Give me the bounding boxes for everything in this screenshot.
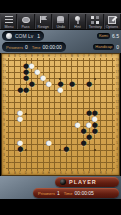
- board-cell[interactable]: ●: [46, 82, 52, 88]
- coordinate-label: 10: [116, 112, 119, 116]
- territory-button[interactable]: Territory: [86, 14, 103, 29]
- black-stone: ●: [17, 147, 23, 154]
- coordinate-label: 12: [116, 101, 119, 105]
- player-stats-pill: Prisoners 1 Time 00:00:05: [33, 188, 119, 198]
- coordinate-label: 18: [116, 65, 119, 69]
- options-pencil-icon: [108, 16, 116, 24]
- player-prisoners-value: 1: [57, 190, 60, 196]
- white-stone-icon: [6, 33, 12, 39]
- black-stone: ●: [86, 81, 92, 88]
- coordinate-label: 16: [116, 77, 119, 81]
- app-screen: Menu Pass Resign Undo Hint Territory Opt…: [0, 0, 121, 215]
- opponent-level: 1: [37, 33, 40, 39]
- opponent-time-value: 00:00:00: [42, 44, 61, 50]
- opponent-name-pill: COM Lv 1: [2, 31, 44, 41]
- resign-button[interactable]: Resign: [35, 14, 52, 29]
- black-stone-icon: [60, 179, 66, 185]
- board-cell[interactable]: ●: [29, 82, 35, 88]
- toolbar: Menu Pass Resign Undo Hint Territory Opt…: [0, 13, 121, 30]
- opponent-prisoners-value: 0: [25, 44, 28, 50]
- coordinate-label: A: [7, 172, 11, 175]
- coordinate-label: Q: [93, 55, 97, 58]
- white-stone: ●: [57, 87, 63, 94]
- coordinate-label: 3: [116, 154, 119, 158]
- player-name: PLAYER: [69, 179, 97, 185]
- coordinate-label: 7: [3, 130, 6, 134]
- coordinate-label: 6: [3, 136, 6, 140]
- coordinate-label: K: [58, 55, 62, 58]
- territory-grid-icon: [91, 16, 99, 24]
- coordinate-label: S: [104, 172, 108, 175]
- coordinate-label: O: [81, 55, 85, 58]
- board-grid: ●●●●●●●●●●●●●●●●●●●●●●●●●●●●●●: [6, 58, 115, 171]
- coordinate-label: 3: [3, 154, 6, 158]
- coordinate-label: N: [76, 172, 80, 175]
- white-stone: ●: [46, 141, 52, 148]
- player-name-pill: PLAYER: [55, 177, 119, 187]
- coordinate-label: O: [81, 172, 85, 175]
- white-stone: ●: [46, 81, 52, 88]
- board-coordinates-right: 19181716151413121110987654321: [115, 58, 119, 171]
- menu-icon: [5, 16, 13, 24]
- coordinate-label: 5: [3, 142, 6, 146]
- coordinate-label: P: [87, 55, 91, 58]
- board-cell[interactable]: ●: [46, 141, 52, 147]
- player-time-label: Time: [64, 191, 73, 196]
- board-cell[interactable]: ●: [17, 117, 23, 123]
- coordinate-label: J: [53, 172, 57, 175]
- opponent-stats-pill: Prisoners 0 Time 00:00:00: [2, 42, 66, 52]
- black-stone: ●: [63, 147, 69, 154]
- black-stone: ●: [23, 87, 29, 94]
- coordinate-label: P: [87, 172, 91, 175]
- coordinate-label: 1: [116, 166, 119, 170]
- coordinate-label: 12: [3, 101, 6, 105]
- board-cell[interactable]: ●: [81, 141, 87, 147]
- coordinate-label: 15: [116, 83, 119, 87]
- player-info-bar: PLAYER Prisoners 1 Time 00:00:05: [0, 176, 121, 199]
- coordinate-label: 5: [116, 142, 119, 146]
- options-button-label: Options: [106, 24, 118, 29]
- coordinate-label: N: [76, 55, 80, 58]
- coordinate-label: A: [7, 55, 11, 58]
- coordinate-label: R: [99, 172, 103, 175]
- coordinate-label: 11: [116, 107, 119, 111]
- handicap-value: 0: [116, 44, 119, 50]
- opponent-name: COM Lv: [15, 33, 33, 39]
- coordinate-label: 9: [3, 118, 6, 122]
- coordinate-label: 14: [116, 89, 119, 93]
- coordinate-label: E: [30, 172, 34, 175]
- coordinate-label: B: [13, 55, 17, 58]
- coordinate-label: 8: [3, 124, 6, 128]
- coordinate-label: Q: [93, 172, 97, 175]
- coordinate-label: C: [18, 55, 22, 58]
- territory-button-label: Territory: [89, 24, 102, 29]
- coordinate-label: 19: [3, 59, 6, 63]
- player-time-value: 00:00:05: [74, 190, 93, 196]
- coordinate-label: C: [18, 172, 22, 175]
- coordinate-label: 7: [116, 130, 119, 134]
- opponent-info-bar: COM Lv 1 Komi 6.5 Prisoners 0 Time 00:00…: [0, 30, 121, 53]
- status-bar-gap: [0, 0, 121, 13]
- coordinate-label: F: [36, 172, 40, 175]
- coordinate-label: E: [30, 55, 34, 58]
- board-cell[interactable]: ●: [86, 135, 92, 141]
- black-stone: ●: [29, 81, 35, 88]
- options-button[interactable]: Options: [104, 14, 121, 29]
- coordinate-label: 11: [3, 107, 6, 111]
- coordinate-label: 15: [3, 83, 6, 87]
- board-cell[interactable]: ●: [69, 82, 75, 88]
- coordinate-label: 6: [116, 136, 119, 140]
- lightbulb-icon: [74, 16, 81, 24]
- board-cell[interactable]: ●: [92, 129, 98, 135]
- bottom-black-strip: [0, 199, 121, 215]
- black-stone: ●: [80, 141, 86, 148]
- board-cell[interactable]: ●: [86, 82, 92, 88]
- coordinate-label: D: [24, 172, 28, 175]
- coordinate-label: 13: [116, 95, 119, 99]
- pass-button-label: Pass: [22, 24, 30, 29]
- coordinate-label: 4: [116, 148, 119, 152]
- undo-button[interactable]: Undo: [52, 14, 69, 29]
- black-stone: ●: [86, 135, 92, 142]
- coordinate-label: H: [47, 55, 51, 58]
- komi-badge: Komi: [97, 33, 110, 39]
- coordinate-label: T: [110, 172, 114, 175]
- coordinate-label: 1: [3, 166, 6, 170]
- coordinate-label: 13: [3, 95, 6, 99]
- coordinate-label: 4: [3, 148, 6, 152]
- speech-bubble-icon: [22, 16, 30, 24]
- menu-button-label: Menu: [4, 24, 13, 29]
- coordinate-label: R: [99, 55, 103, 58]
- coordinate-label: F: [36, 55, 40, 58]
- handicap-badge: Handicap: [93, 44, 114, 50]
- hint-button-label: Hint: [75, 24, 81, 29]
- opponent-prisoners-label: Prisoners: [6, 45, 23, 50]
- coordinate-label: 9: [116, 118, 119, 122]
- board-cell[interactable]: ●: [23, 88, 29, 94]
- hand-icon: [57, 16, 64, 24]
- coordinate-label: H: [47, 172, 51, 175]
- coordinate-label: M: [70, 172, 74, 175]
- board-cell[interactable]: ●: [63, 147, 69, 153]
- coordinate-label: 18: [3, 65, 6, 69]
- undo-button-label: Undo: [56, 24, 65, 29]
- board-cell[interactable]: ●: [17, 147, 23, 153]
- player-prisoners-label: Prisoners: [38, 191, 55, 196]
- coordinate-label: 2: [116, 160, 119, 164]
- go-board: ABCDEFGHJKLMNOPQRST ABCDEFGHJKLMNOPQRST …: [1, 53, 120, 176]
- pass-button[interactable]: Pass: [17, 14, 34, 29]
- coordinate-label: K: [58, 172, 62, 175]
- menu-button[interactable]: Menu: [0, 14, 17, 29]
- board-coordinates-bottom: ABCDEFGHJKLMNOPQRST: [6, 171, 115, 175]
- black-stone: ●: [69, 81, 75, 88]
- coordinate-label: 17: [116, 71, 119, 75]
- board-cell[interactable]: [109, 165, 115, 171]
- flag-icon: [39, 16, 47, 24]
- coordinate-label: S: [104, 55, 108, 58]
- coordinate-label: 16: [3, 77, 6, 81]
- coordinate-label: M: [70, 55, 74, 58]
- coordinate-label: 8: [116, 124, 119, 128]
- white-stone: ●: [17, 117, 23, 124]
- coordinate-label: 14: [3, 89, 6, 93]
- coordinate-label: L: [64, 55, 68, 58]
- resign-button-label: Resign: [38, 24, 49, 29]
- black-stone: ●: [92, 129, 98, 136]
- hint-button[interactable]: Hint: [69, 14, 86, 29]
- coordinate-label: 19: [116, 59, 119, 63]
- coordinate-label: D: [24, 55, 28, 58]
- coordinate-label: G: [41, 172, 45, 175]
- coordinate-label: 2: [3, 160, 6, 164]
- opponent-time-label: Time: [32, 45, 41, 50]
- coordinate-label: B: [13, 172, 17, 175]
- board-cell[interactable]: ●: [58, 88, 64, 94]
- komi-value: 6.5: [112, 33, 119, 39]
- coordinate-label: J: [53, 55, 57, 58]
- coordinate-label: G: [41, 55, 45, 58]
- coordinate-label: 10: [3, 112, 6, 116]
- coordinate-label: L: [64, 172, 68, 175]
- coordinate-label: 17: [3, 71, 6, 75]
- coordinate-label: T: [110, 55, 114, 58]
